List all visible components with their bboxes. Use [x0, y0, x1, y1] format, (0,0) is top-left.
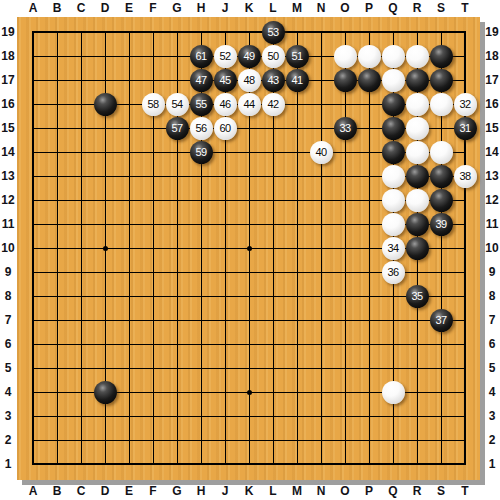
- stone-move-number: 50: [267, 51, 278, 62]
- column-label-top: H: [189, 0, 213, 16]
- row-label-right: 15: [484, 120, 500, 136]
- stone-white-Q11[interactable]: [382, 213, 405, 236]
- star-point: [103, 246, 108, 251]
- stone-move-number: 35: [411, 291, 422, 302]
- stone-white-Q10[interactable]: 34: [382, 237, 405, 260]
- column-label-bottom: S: [429, 483, 453, 499]
- stone-move-number: 37: [435, 315, 446, 326]
- stone-black-P17[interactable]: [358, 69, 381, 92]
- stone-move-number: 52: [219, 51, 230, 62]
- column-label-bottom: B: [45, 483, 69, 499]
- stone-black-R8[interactable]: 35: [406, 285, 429, 308]
- stone-black-R17[interactable]: [406, 69, 429, 92]
- column-label-bottom: M: [285, 483, 309, 499]
- stone-white-H15[interactable]: 56: [190, 117, 213, 140]
- column-label-bottom: O: [333, 483, 357, 499]
- stone-move-number: 61: [195, 51, 206, 62]
- stone-white-R18[interactable]: [406, 45, 429, 68]
- row-label-right: 5: [484, 360, 500, 376]
- stone-move-number: 47: [195, 75, 206, 86]
- stone-black-J17[interactable]: 45: [214, 69, 237, 92]
- row-label-right: 8: [484, 288, 500, 304]
- column-label-top: O: [333, 0, 357, 16]
- stone-white-R14[interactable]: [406, 141, 429, 164]
- column-label-top: M: [285, 0, 309, 16]
- star-point: [247, 390, 252, 395]
- column-label-top: T: [453, 0, 477, 16]
- stone-move-number: 33: [339, 123, 350, 134]
- stone-move-number: 46: [219, 99, 230, 110]
- grid-line-vertical: [297, 32, 298, 465]
- stone-move-number: 56: [195, 123, 206, 134]
- stone-move-number: 48: [243, 75, 254, 86]
- grid-line-horizontal: [33, 320, 466, 321]
- stone-black-L19[interactable]: 53: [262, 21, 285, 44]
- stone-black-Q15[interactable]: [382, 117, 405, 140]
- row-label-left: 8: [0, 288, 16, 304]
- stone-white-J15[interactable]: 60: [214, 117, 237, 140]
- row-label-right: 12: [484, 192, 500, 208]
- grid-line-horizontal: [33, 368, 466, 369]
- row-label-right: 2: [484, 432, 500, 448]
- column-label-top: K: [237, 0, 261, 16]
- stone-white-S14[interactable]: [430, 141, 453, 164]
- stone-move-number: 51: [291, 51, 302, 62]
- row-label-right: 13: [484, 168, 500, 184]
- stone-white-Q4[interactable]: [382, 381, 405, 404]
- stone-black-T15[interactable]: 31: [454, 117, 477, 140]
- stone-move-number: 58: [147, 99, 158, 110]
- column-label-top: S: [429, 0, 453, 16]
- row-label-left: 12: [0, 192, 16, 208]
- stone-white-J16[interactable]: 46: [214, 93, 237, 116]
- stone-white-N14[interactable]: 40: [310, 141, 333, 164]
- stone-black-Q16[interactable]: [382, 93, 405, 116]
- column-label-bottom: H: [189, 483, 213, 499]
- row-label-left: 9: [0, 264, 16, 280]
- stone-white-K17[interactable]: 48: [238, 69, 261, 92]
- column-label-bottom: Q: [381, 483, 405, 499]
- column-label-bottom: P: [357, 483, 381, 499]
- stone-black-H16[interactable]: 55: [190, 93, 213, 116]
- row-label-right: 1: [484, 456, 500, 472]
- grid-line-vertical: [369, 32, 370, 465]
- stone-move-number: 49: [243, 51, 254, 62]
- stone-white-L18[interactable]: 50: [262, 45, 285, 68]
- stone-move-number: 41: [291, 75, 302, 86]
- grid-line-horizontal: [33, 344, 466, 345]
- stone-black-S11[interactable]: 39: [430, 213, 453, 236]
- stone-black-R10[interactable]: [406, 237, 429, 260]
- stone-black-H14[interactable]: 59: [190, 141, 213, 164]
- row-label-right: 9: [484, 264, 500, 280]
- stone-black-M18[interactable]: 51: [286, 45, 309, 68]
- column-label-top: N: [309, 0, 333, 16]
- stone-white-Q13[interactable]: [382, 165, 405, 188]
- stone-move-number: 53: [267, 27, 278, 38]
- stone-move-number: 31: [459, 123, 470, 134]
- stone-move-number: 55: [195, 99, 206, 110]
- stone-black-D4[interactable]: [94, 381, 117, 404]
- stone-move-number: 59: [195, 147, 206, 158]
- column-label-bottom: C: [69, 483, 93, 499]
- stone-black-M17[interactable]: 41: [286, 69, 309, 92]
- stone-move-number: 42: [267, 99, 278, 110]
- stone-move-number: 38: [459, 171, 470, 182]
- stone-move-number: 54: [171, 99, 182, 110]
- grid-line-horizontal: [33, 416, 466, 417]
- stone-white-R16[interactable]: [406, 93, 429, 116]
- stone-white-L16[interactable]: 42: [262, 93, 285, 116]
- stone-black-O15[interactable]: 33: [334, 117, 357, 140]
- row-label-left: 2: [0, 432, 16, 448]
- stone-move-number: 60: [219, 123, 230, 134]
- row-label-left: 11: [0, 216, 16, 232]
- stone-move-number: 32: [459, 99, 470, 110]
- column-label-top: E: [117, 0, 141, 16]
- go-board[interactable]: 5361524950514745484341585455464442325756…: [17, 17, 480, 480]
- column-label-top: A: [21, 0, 45, 16]
- stone-move-number: 40: [315, 147, 326, 158]
- row-label-right: 17: [484, 72, 500, 88]
- grid-line-horizontal: [33, 440, 466, 441]
- stone-black-H18[interactable]: 61: [190, 45, 213, 68]
- stone-black-D16[interactable]: [94, 93, 117, 116]
- stone-black-Q14[interactable]: [382, 141, 405, 164]
- stone-white-Q9[interactable]: 36: [382, 261, 405, 284]
- stone-white-S16[interactable]: [430, 93, 453, 116]
- stone-white-Q12[interactable]: [382, 189, 405, 212]
- stone-move-number: 44: [243, 99, 254, 110]
- row-label-left: 7: [0, 312, 16, 328]
- column-label-top: L: [261, 0, 285, 16]
- stone-move-number: 39: [435, 219, 446, 230]
- row-label-right: 4: [484, 384, 500, 400]
- row-label-left: 3: [0, 408, 16, 424]
- stone-white-R15[interactable]: [406, 117, 429, 140]
- stone-white-Q18[interactable]: [382, 45, 405, 68]
- stone-white-R12[interactable]: [406, 189, 429, 212]
- stone-move-number: 43: [267, 75, 278, 86]
- row-label-left: 18: [0, 48, 16, 64]
- grid-line-vertical: [321, 32, 322, 465]
- column-label-bottom: L: [261, 483, 285, 499]
- stone-white-O18[interactable]: [334, 45, 357, 68]
- stone-black-S12[interactable]: [430, 189, 453, 212]
- column-label-top: G: [165, 0, 189, 16]
- stone-white-K16[interactable]: 44: [238, 93, 261, 116]
- stone-black-H17[interactable]: 47: [190, 69, 213, 92]
- row-label-left: 13: [0, 168, 16, 184]
- stone-white-F16[interactable]: 58: [142, 93, 165, 116]
- column-label-top: F: [141, 0, 165, 16]
- row-label-left: 16: [0, 96, 16, 112]
- stone-white-P18[interactable]: [358, 45, 381, 68]
- stone-black-R13[interactable]: [406, 165, 429, 188]
- column-label-top: C: [69, 0, 93, 16]
- stone-move-number: 45: [219, 75, 230, 86]
- row-label-right: 10: [484, 240, 500, 256]
- column-label-bottom: K: [237, 483, 261, 499]
- stone-white-G16[interactable]: 54: [166, 93, 189, 116]
- row-label-left: 17: [0, 72, 16, 88]
- row-label-left: 15: [0, 120, 16, 136]
- stone-white-T13[interactable]: 38: [454, 165, 477, 188]
- stone-black-S7[interactable]: 37: [430, 309, 453, 332]
- row-label-left: 1: [0, 456, 16, 472]
- row-label-left: 14: [0, 144, 16, 160]
- column-label-bottom: J: [213, 483, 237, 499]
- stone-black-S13[interactable]: [430, 165, 453, 188]
- column-label-top: J: [213, 0, 237, 16]
- stone-move-number: 57: [171, 123, 182, 134]
- row-label-left: 4: [0, 384, 16, 400]
- column-label-top: Q: [381, 0, 405, 16]
- stone-move-number: 34: [387, 243, 398, 254]
- stone-white-J18[interactable]: 52: [214, 45, 237, 68]
- row-label-right: 14: [484, 144, 500, 160]
- column-label-bottom: A: [21, 483, 45, 499]
- stone-black-R11[interactable]: [406, 213, 429, 236]
- stone-white-T16[interactable]: 32: [454, 93, 477, 116]
- column-label-top: R: [405, 0, 429, 16]
- stone-black-O17[interactable]: [334, 69, 357, 92]
- go-diagram-page: 5361524950514745484341585455464442325756…: [0, 0, 500, 500]
- stone-black-L17[interactable]: 43: [262, 69, 285, 92]
- grid-line-vertical: [345, 32, 346, 465]
- row-label-right: 16: [484, 96, 500, 112]
- row-label-left: 6: [0, 336, 16, 352]
- stone-black-S18[interactable]: [430, 45, 453, 68]
- stone-black-K18[interactable]: 49: [238, 45, 261, 68]
- row-label-left: 5: [0, 360, 16, 376]
- column-label-bottom: F: [141, 483, 165, 499]
- column-label-bottom: R: [405, 483, 429, 499]
- column-label-top: P: [357, 0, 381, 16]
- column-label-top: D: [93, 0, 117, 16]
- star-point: [247, 246, 252, 251]
- grid-line-horizontal: [33, 296, 466, 297]
- row-label-left: 10: [0, 240, 16, 256]
- column-label-bottom: N: [309, 483, 333, 499]
- row-label-right: 18: [484, 48, 500, 64]
- column-label-bottom: T: [453, 483, 477, 499]
- row-label-right: 11: [484, 216, 500, 232]
- row-label-left: 19: [0, 24, 16, 40]
- stone-move-number: 36: [387, 267, 398, 278]
- column-label-top: B: [45, 0, 69, 16]
- row-label-right: 6: [484, 336, 500, 352]
- row-label-right: 19: [484, 24, 500, 40]
- stone-black-S17[interactable]: [430, 69, 453, 92]
- stone-black-G15[interactable]: 57: [166, 117, 189, 140]
- row-label-right: 7: [484, 312, 500, 328]
- column-label-bottom: G: [165, 483, 189, 499]
- column-label-bottom: E: [117, 483, 141, 499]
- row-label-right: 3: [484, 408, 500, 424]
- stone-white-Q17[interactable]: [382, 69, 405, 92]
- column-label-bottom: D: [93, 483, 117, 499]
